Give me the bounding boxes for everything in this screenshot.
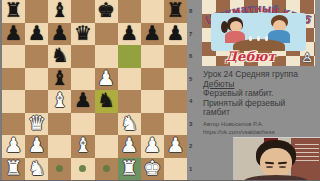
square-c7[interactable]: ♟ xyxy=(48,23,71,46)
webcam-video xyxy=(233,137,320,180)
square-c3[interactable] xyxy=(48,113,71,136)
club-logo: Шахматный клуб Дебют ♙ xyxy=(202,0,315,66)
square-d1[interactable] xyxy=(71,158,94,181)
rank-label-3: 3 xyxy=(188,113,197,136)
rank-label-8: 8 xyxy=(188,0,197,23)
piece-bB-c5[interactable]: ♝ xyxy=(51,68,69,88)
presenter-eye xyxy=(279,166,286,168)
piece-wB-c4[interactable]: ♝ xyxy=(51,90,69,110)
piece-wP-a2[interactable]: ♟ xyxy=(5,135,23,155)
move-dot-d1[interactable] xyxy=(79,165,86,172)
rank-label-2: 2 xyxy=(188,135,197,158)
square-g4[interactable] xyxy=(141,90,164,113)
square-a1[interactable]: ♜ xyxy=(2,158,25,181)
square-e4[interactable]: ♞ xyxy=(95,90,118,113)
logo-illustration xyxy=(211,13,306,51)
piece-wR-f1[interactable]: ♜ xyxy=(120,158,138,178)
square-f5[interactable] xyxy=(118,68,141,91)
square-e5[interactable]: ♟ xyxy=(95,68,118,91)
square-a2[interactable]: ♟ xyxy=(2,135,25,158)
piece-bQ-d7[interactable]: ♛ xyxy=(74,23,92,43)
square-d6[interactable] xyxy=(71,45,94,68)
square-a4[interactable] xyxy=(2,90,25,113)
square-f8[interactable] xyxy=(118,0,141,23)
rank-label-1: 1 xyxy=(188,158,197,181)
piece-bP-a7[interactable]: ♟ xyxy=(5,23,23,43)
piece-bP-b7[interactable]: ♟ xyxy=(28,23,46,43)
square-b3[interactable]: ♛ xyxy=(25,113,48,136)
square-e7[interactable] xyxy=(95,23,118,46)
piece-wN-f3[interactable]: ♞ xyxy=(120,113,138,133)
square-g2[interactable]: ♟ xyxy=(141,135,164,158)
square-e8[interactable]: ♚ xyxy=(95,0,118,23)
square-d3[interactable] xyxy=(71,113,94,136)
tiny-chess-piece xyxy=(257,36,260,41)
square-c8[interactable]: ♝ xyxy=(48,0,71,23)
piece-bN-e4[interactable]: ♞ xyxy=(97,90,115,110)
square-h7[interactable]: ♟ xyxy=(164,23,187,46)
square-f4[interactable] xyxy=(118,90,141,113)
piece-wK-g1[interactable]: ♚ xyxy=(143,158,161,178)
square-h4[interactable] xyxy=(164,90,187,113)
square-d4[interactable]: ♟ xyxy=(71,90,94,113)
piece-bK-e8[interactable]: ♚ xyxy=(97,0,115,20)
vk-url: https://vk.com/vsaldachess xyxy=(203,128,320,136)
square-d2[interactable]: ♝ xyxy=(71,135,94,158)
piece-wR-a1[interactable]: ♜ xyxy=(5,158,23,178)
author-line: Автор Новоселов Р.А. xyxy=(203,120,320,128)
square-b8[interactable] xyxy=(25,0,48,23)
square-d5[interactable] xyxy=(71,68,94,91)
presenter-shoulders xyxy=(244,175,308,180)
square-g1[interactable]: ♚ xyxy=(141,158,164,181)
square-c4[interactable]: ♝ xyxy=(48,90,71,113)
square-b2[interactable]: ♟ xyxy=(25,135,48,158)
square-c1[interactable] xyxy=(48,158,71,181)
square-a8[interactable]: ♜ xyxy=(2,0,25,23)
square-b5[interactable] xyxy=(25,68,48,91)
square-b6[interactable] xyxy=(25,45,48,68)
rank-label-6: 6 xyxy=(188,45,197,68)
square-h3[interactable] xyxy=(164,113,187,136)
piece-bP-c7[interactable]: ♟ xyxy=(51,23,69,43)
square-e2[interactable] xyxy=(95,135,118,158)
square-h8[interactable]: ♜ xyxy=(164,0,187,23)
square-c2[interactable] xyxy=(48,135,71,158)
piece-wB-d2[interactable]: ♝ xyxy=(74,135,92,155)
piece-bP-d4[interactable]: ♟ xyxy=(74,90,92,110)
square-h6[interactable] xyxy=(164,45,187,68)
square-f7[interactable]: ♟ xyxy=(118,23,141,46)
square-e3[interactable] xyxy=(95,113,118,136)
move-dot-e1[interactable] xyxy=(103,165,110,172)
square-g6[interactable] xyxy=(141,45,164,68)
webcam-poster-text xyxy=(295,141,319,164)
piece-bP-g7[interactable]: ♟ xyxy=(143,23,161,43)
square-b1[interactable]: ♞ xyxy=(25,158,48,181)
piece-bP-f7[interactable]: ♟ xyxy=(120,23,138,43)
tiny-chess-piece xyxy=(249,36,252,41)
rank-coordinates: 87654321 xyxy=(188,0,197,180)
square-a3[interactable] xyxy=(2,113,25,136)
piece-bB-c8[interactable]: ♝ xyxy=(51,0,69,20)
piece-wQ-b3[interactable]: ♛ xyxy=(28,113,46,133)
presenter-eye xyxy=(266,166,273,168)
piece-wP-f2[interactable]: ♟ xyxy=(120,135,138,155)
square-a6[interactable] xyxy=(2,45,25,68)
piece-wP-e5[interactable]: ♟ xyxy=(97,68,115,88)
square-h1[interactable] xyxy=(164,158,187,181)
piece-bN-c6[interactable]: ♞ xyxy=(51,45,69,65)
piece-bR-a8[interactable]: ♜ xyxy=(5,0,23,20)
piece-wP-b2[interactable]: ♟ xyxy=(28,135,46,155)
square-e6[interactable] xyxy=(95,45,118,68)
rank-label-4: 4 xyxy=(188,90,197,113)
piece-wN-b1[interactable]: ♞ xyxy=(28,158,46,178)
square-d7[interactable]: ♛ xyxy=(71,23,94,46)
square-d8[interactable] xyxy=(71,0,94,23)
square-g7[interactable]: ♟ xyxy=(141,23,164,46)
rank-label-5: 5 xyxy=(188,68,197,91)
piece-wP-h2[interactable]: ♟ xyxy=(166,135,184,155)
square-g5[interactable] xyxy=(141,68,164,91)
chess-board[interactable]: ♜♝♚♜♟♟♟♛♟♟♟♞♝♟♝♟♞♛♞♟♟♝♟♟♟♜♞♜♚ xyxy=(2,0,187,180)
right-panel: Шахматный клуб Дебют ♙ Урок 24 Средняя г… xyxy=(197,0,320,180)
square-b4[interactable] xyxy=(25,90,48,113)
square-g8[interactable] xyxy=(141,0,164,23)
square-f2[interactable]: ♟ xyxy=(118,135,141,158)
rank-label-7: 7 xyxy=(188,23,197,46)
square-e1[interactable] xyxy=(95,158,118,181)
chess-piece-mascot-icon: ♙ xyxy=(301,50,313,65)
square-a7[interactable]: ♟ xyxy=(2,23,25,46)
square-f1[interactable]: ♜ xyxy=(118,158,141,181)
piece-wP-g2[interactable]: ♟ xyxy=(143,135,161,155)
square-h2[interactable]: ♟ xyxy=(164,135,187,158)
square-c6[interactable]: ♞ xyxy=(48,45,71,68)
piece-bP-h7[interactable]: ♟ xyxy=(166,23,184,43)
piece-bR-h8[interactable]: ♜ xyxy=(166,0,184,20)
square-f6[interactable] xyxy=(118,45,141,68)
square-a5[interactable] xyxy=(2,68,25,91)
logo-subtitle: Дебют xyxy=(202,49,299,64)
square-g3[interactable] xyxy=(141,113,164,136)
tiny-chess-piece xyxy=(265,36,268,41)
square-c5[interactable]: ♝ xyxy=(48,68,71,91)
square-b7[interactable]: ♟ xyxy=(25,23,48,46)
lesson-text-block: Урок 24 Средняя группа Дебюты Ферзевый г… xyxy=(203,70,320,136)
lesson-line-accepted-2: гамбит xyxy=(203,108,320,118)
square-f3[interactable]: ♞ xyxy=(118,113,141,136)
move-dot-c1[interactable] xyxy=(56,165,63,172)
square-h5[interactable] xyxy=(164,68,187,91)
video-frame: ♜♝♚♜♟♟♟♛♟♟♟♞♝♟♝♟♞♛♞♟♟♝♟♟♟♜♞♜♚ 87654321 Ш… xyxy=(0,0,320,180)
